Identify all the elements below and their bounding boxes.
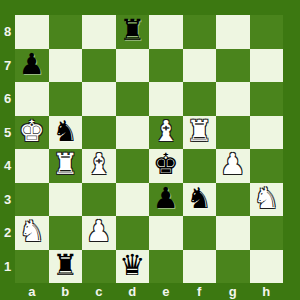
- piece-black-king[interactable]: ♚: [153, 150, 179, 179]
- square-c7[interactable]: [82, 49, 116, 83]
- file-label-h: h: [250, 283, 284, 300]
- square-d7[interactable]: [116, 49, 150, 83]
- square-c8[interactable]: [82, 15, 116, 49]
- rank-label-1: 1: [0, 250, 15, 284]
- square-g4[interactable]: ♟: [216, 149, 250, 183]
- square-g2[interactable]: [216, 216, 250, 250]
- square-c3[interactable]: [82, 183, 116, 217]
- piece-white-rook[interactable]: ♜: [186, 117, 212, 146]
- piece-black-rook[interactable]: ♜: [52, 251, 78, 280]
- square-a3[interactable]: [15, 183, 49, 217]
- piece-white-rook[interactable]: ♜: [52, 150, 78, 179]
- piece-black-rook[interactable]: ♜: [119, 16, 145, 45]
- piece-white-king[interactable]: ♚: [19, 117, 45, 146]
- square-h4[interactable]: [250, 149, 284, 183]
- square-b3[interactable]: [49, 183, 83, 217]
- square-g5[interactable]: [216, 116, 250, 150]
- square-d5[interactable]: [116, 116, 150, 150]
- rank-label-3: 3: [0, 183, 15, 217]
- square-a8[interactable]: [15, 15, 49, 49]
- square-c1[interactable]: [82, 250, 116, 284]
- rank-label-7: 7: [0, 49, 15, 83]
- rank-label-8: 8: [0, 15, 15, 49]
- square-a7[interactable]: ♟: [15, 49, 49, 83]
- square-d6[interactable]: [116, 82, 150, 116]
- square-g7[interactable]: [216, 49, 250, 83]
- rank-label-5: 5: [0, 116, 15, 150]
- square-g8[interactable]: [216, 15, 250, 49]
- square-h5[interactable]: [250, 116, 284, 150]
- chess-board[interactable]: ♜♟♚♞♝♜♜♝♚♟♟♞♞♞♟♜♛: [15, 15, 283, 283]
- square-f6[interactable]: [183, 82, 217, 116]
- square-e1[interactable]: [149, 250, 183, 284]
- square-h3[interactable]: ♞: [250, 183, 284, 217]
- piece-white-pawn[interactable]: ♟: [220, 150, 246, 179]
- square-a5[interactable]: ♚: [15, 116, 49, 150]
- square-a1[interactable]: [15, 250, 49, 284]
- square-c4[interactable]: ♝: [82, 149, 116, 183]
- square-a2[interactable]: ♞: [15, 216, 49, 250]
- square-b4[interactable]: ♜: [49, 149, 83, 183]
- piece-white-knight[interactable]: ♞: [253, 184, 279, 213]
- file-label-d: d: [116, 283, 150, 300]
- piece-white-bishop[interactable]: ♝: [86, 150, 112, 179]
- square-f4[interactable]: [183, 149, 217, 183]
- file-label-a: a: [15, 283, 49, 300]
- piece-white-knight[interactable]: ♞: [19, 217, 45, 246]
- piece-white-pawn[interactable]: ♟: [86, 217, 112, 246]
- square-h1[interactable]: [250, 250, 284, 284]
- square-f5[interactable]: ♜: [183, 116, 217, 150]
- rank-label-2: 2: [0, 216, 15, 250]
- chess-puzzle-image: 87654321 ♜♟♚♞♝♜♜♝♚♟♟♞♞♞♟♜♛ abcdefgh: [0, 0, 300, 300]
- piece-black-pawn[interactable]: ♟: [153, 184, 179, 213]
- square-h6[interactable]: [250, 82, 284, 116]
- square-h8[interactable]: [250, 15, 284, 49]
- file-label-c: c: [82, 283, 116, 300]
- square-g6[interactable]: [216, 82, 250, 116]
- square-e6[interactable]: [149, 82, 183, 116]
- square-f2[interactable]: [183, 216, 217, 250]
- square-e5[interactable]: ♝: [149, 116, 183, 150]
- piece-black-knight[interactable]: ♞: [186, 184, 212, 213]
- square-d8[interactable]: ♜: [116, 15, 150, 49]
- square-h2[interactable]: [250, 216, 284, 250]
- square-c2[interactable]: ♟: [82, 216, 116, 250]
- square-e3[interactable]: ♟: [149, 183, 183, 217]
- square-b6[interactable]: [49, 82, 83, 116]
- file-label-g: g: [216, 283, 250, 300]
- square-e4[interactable]: ♚: [149, 149, 183, 183]
- square-f7[interactable]: [183, 49, 217, 83]
- square-b7[interactable]: [49, 49, 83, 83]
- square-d3[interactable]: [116, 183, 150, 217]
- square-e7[interactable]: [149, 49, 183, 83]
- piece-white-bishop[interactable]: ♝: [153, 117, 179, 146]
- square-d4[interactable]: [116, 149, 150, 183]
- file-label-f: f: [183, 283, 217, 300]
- rank-labels: 87654321: [0, 15, 15, 283]
- file-label-e: e: [149, 283, 183, 300]
- square-b2[interactable]: [49, 216, 83, 250]
- square-b5[interactable]: ♞: [49, 116, 83, 150]
- piece-black-queen[interactable]: ♛: [119, 251, 145, 280]
- square-c5[interactable]: [82, 116, 116, 150]
- square-a6[interactable]: [15, 82, 49, 116]
- square-d2[interactable]: [116, 216, 150, 250]
- square-b1[interactable]: ♜: [49, 250, 83, 284]
- square-f1[interactable]: [183, 250, 217, 284]
- square-a4[interactable]: [15, 149, 49, 183]
- square-e2[interactable]: [149, 216, 183, 250]
- square-f3[interactable]: ♞: [183, 183, 217, 217]
- square-d1[interactable]: ♛: [116, 250, 150, 284]
- file-labels: abcdefgh: [15, 283, 283, 300]
- rank-label-6: 6: [0, 82, 15, 116]
- square-e8[interactable]: [149, 15, 183, 49]
- square-b8[interactable]: [49, 15, 83, 49]
- square-c6[interactable]: [82, 82, 116, 116]
- piece-black-pawn[interactable]: ♟: [19, 50, 45, 79]
- square-f8[interactable]: [183, 15, 217, 49]
- file-label-b: b: [49, 283, 83, 300]
- square-g1[interactable]: [216, 250, 250, 284]
- rank-label-4: 4: [0, 149, 15, 183]
- piece-black-knight[interactable]: ♞: [52, 117, 78, 146]
- square-g3[interactable]: [216, 183, 250, 217]
- square-h7[interactable]: [250, 49, 284, 83]
